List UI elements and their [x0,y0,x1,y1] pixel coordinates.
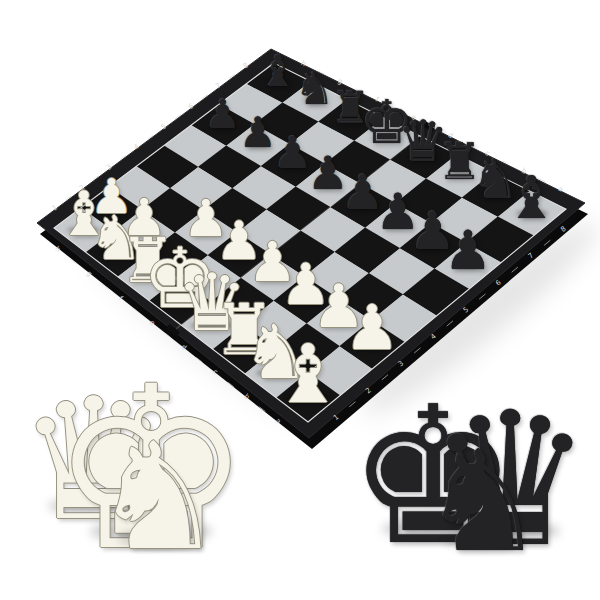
display-piece-black-knight: ♞ [413,432,553,572]
piece-black-pawn-a6: ♟ [441,224,495,278]
product-photo: aabbccddeeffgghh1122334455667788 ♝♞♜♟♚♟♛… [0,0,600,600]
display-piece-white-knight: ♞ [84,423,232,571]
piece-white-bishop-a1: ♝ [268,334,349,415]
piece-white-pawn-a3: ♟ [341,297,403,359]
piece-black-bishop-a8: ♝ [502,168,561,227]
